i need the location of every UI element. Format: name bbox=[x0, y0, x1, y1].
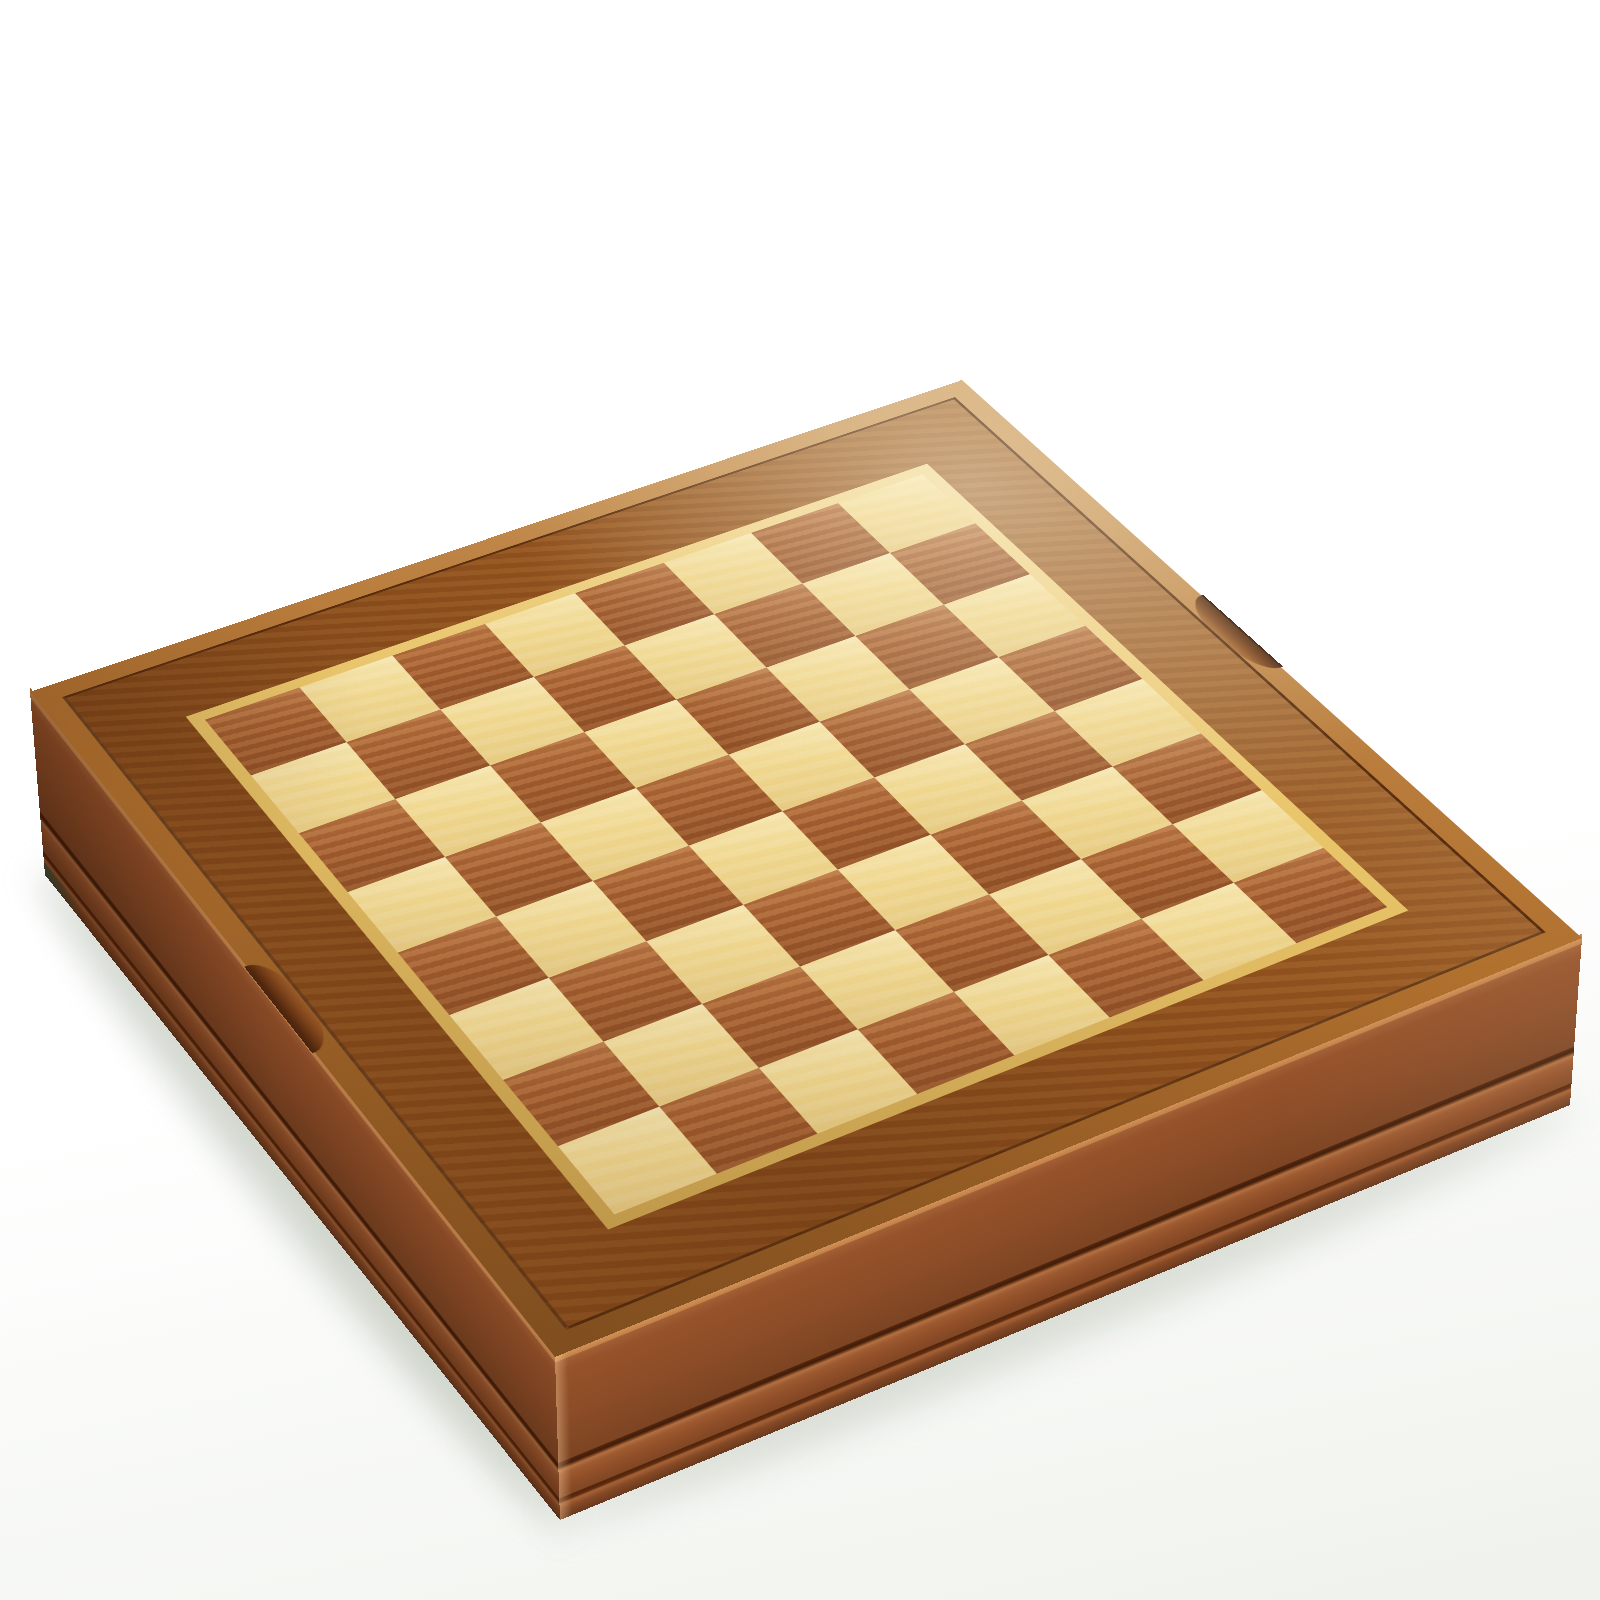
box-lid-top bbox=[30, 380, 1582, 1357]
product-photo-stage bbox=[0, 0, 1600, 1600]
